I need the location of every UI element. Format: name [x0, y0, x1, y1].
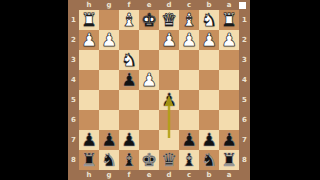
square-d5[interactable]: ♟ — [159, 90, 179, 110]
square-f4[interactable]: ♟ — [119, 70, 139, 90]
square-d7[interactable] — [159, 130, 179, 150]
coord-label-7: 7 — [68, 130, 79, 150]
piece-black-pawn[interactable]: ♟ — [99, 130, 119, 150]
piece-black-pawn[interactable]: ♟ — [119, 70, 139, 90]
piece-black-knight[interactable]: ♞ — [199, 150, 219, 170]
coord-label-6: 6 — [239, 110, 250, 130]
square-e1[interactable]: ♚ — [139, 10, 159, 30]
square-f8[interactable]: ♝ — [119, 150, 139, 170]
square-b5[interactable] — [199, 90, 219, 110]
letterbox-left — [0, 0, 68, 180]
piece-black-pawn[interactable]: ♟ — [79, 130, 99, 150]
coord-label-e: e — [139, 170, 159, 180]
piece-white-pawn[interactable]: ♟ — [199, 30, 219, 50]
coord-label-6: 6 — [68, 110, 79, 130]
square-h3[interactable] — [79, 50, 99, 70]
piece-white-rook[interactable]: ♜ — [219, 10, 239, 30]
piece-white-queen[interactable]: ♛ — [159, 10, 179, 30]
square-h4[interactable] — [79, 70, 99, 90]
square-c7[interactable]: ♟ — [179, 130, 199, 150]
coord-label-5: 5 — [239, 90, 250, 110]
coord-label-f: f — [119, 170, 139, 180]
coord-label-1: 1 — [239, 10, 250, 30]
coord-label-4: 4 — [68, 70, 79, 90]
square-e5[interactable] — [139, 90, 159, 110]
piece-black-pawn[interactable]: ♟ — [179, 130, 199, 150]
piece-white-knight[interactable]: ♞ — [119, 50, 139, 70]
square-d8[interactable]: ♛ — [159, 150, 179, 170]
square-a1[interactable]: ♜ — [219, 10, 239, 30]
piece-black-rook[interactable]: ♜ — [79, 150, 99, 170]
square-d1[interactable]: ♛ — [159, 10, 179, 30]
rank-labels-left: 12345678 — [68, 10, 79, 170]
rank-labels-right: 12345678 — [239, 10, 250, 170]
square-h8[interactable]: ♜ — [79, 150, 99, 170]
coord-label-d: d — [159, 170, 179, 180]
square-g1[interactable] — [99, 10, 119, 30]
square-a2[interactable]: ♟ — [219, 30, 239, 50]
square-g5[interactable] — [99, 90, 119, 110]
piece-white-pawn[interactable]: ♟ — [139, 70, 159, 90]
square-d6[interactable] — [159, 110, 179, 130]
square-a7[interactable]: ♟ — [219, 130, 239, 150]
square-g6[interactable] — [99, 110, 119, 130]
square-a5[interactable] — [219, 90, 239, 110]
coord-label-2: 2 — [68, 30, 79, 50]
square-a3[interactable] — [219, 50, 239, 70]
square-c5[interactable] — [179, 90, 199, 110]
piece-black-bishop[interactable]: ♝ — [179, 150, 199, 170]
square-b3[interactable] — [199, 50, 219, 70]
chess-board: hgfedcba hgfedcba 12345678 12345678 ♜♝♚♛… — [68, 0, 250, 180]
piece-black-pawn[interactable]: ♟ — [219, 130, 239, 150]
piece-black-pawn[interactable]: ♟ — [199, 130, 219, 150]
coord-label-h: h — [79, 170, 99, 180]
square-g7[interactable]: ♟ — [99, 130, 119, 150]
coord-label-4: 4 — [239, 70, 250, 90]
square-b8[interactable]: ♞ — [199, 150, 219, 170]
white-to-move-indicator — [239, 2, 246, 9]
coord-label-a: a — [219, 170, 239, 180]
coord-label-1: 1 — [68, 10, 79, 30]
square-f7[interactable]: ♟ — [119, 130, 139, 150]
square-d3[interactable] — [159, 50, 179, 70]
square-b6[interactable] — [199, 110, 219, 130]
piece-white-pawn[interactable]: ♟ — [99, 30, 119, 50]
square-f5[interactable] — [119, 90, 139, 110]
piece-black-pawn[interactable]: ♟ — [119, 130, 139, 150]
square-h5[interactable] — [79, 90, 99, 110]
piece-white-bishop[interactable]: ♝ — [179, 10, 199, 30]
coord-label-b: b — [199, 170, 219, 180]
square-e4[interactable]: ♟ — [139, 70, 159, 90]
video-frame: hgfedcba hgfedcba 12345678 12345678 ♜♝♚♛… — [0, 0, 320, 180]
square-h7[interactable]: ♟ — [79, 130, 99, 150]
square-c1[interactable]: ♝ — [179, 10, 199, 30]
coord-label-7: 7 — [239, 130, 250, 150]
square-f2[interactable] — [119, 30, 139, 50]
coord-label-c: c — [179, 170, 199, 180]
coord-label-5: 5 — [68, 90, 79, 110]
square-d4[interactable] — [159, 70, 179, 90]
square-h6[interactable] — [79, 110, 99, 130]
piece-white-pawn[interactable]: ♟ — [219, 30, 239, 50]
square-c8[interactable]: ♝ — [179, 150, 199, 170]
square-h2[interactable]: ♟ — [79, 30, 99, 50]
piece-black-queen[interactable]: ♛ — [159, 150, 179, 170]
square-e8[interactable]: ♚ — [139, 150, 159, 170]
letterbox-right — [250, 0, 320, 180]
coord-label-g: g — [99, 0, 119, 10]
square-f3[interactable]: ♞ — [119, 50, 139, 70]
piece-black-pawn[interactable]: ♟ — [159, 90, 179, 110]
piece-black-king[interactable]: ♚ — [139, 150, 159, 170]
piece-white-knight[interactable]: ♞ — [199, 10, 219, 30]
square-c6[interactable] — [179, 110, 199, 130]
square-e7[interactable] — [139, 130, 159, 150]
square-h1[interactable]: ♜ — [79, 10, 99, 30]
square-c3[interactable] — [179, 50, 199, 70]
piece-black-bishop[interactable]: ♝ — [119, 150, 139, 170]
coord-label-3: 3 — [239, 50, 250, 70]
coord-label-8: 8 — [239, 150, 250, 170]
square-d2[interactable]: ♟ — [159, 30, 179, 50]
coord-label-8: 8 — [68, 150, 79, 170]
square-a8[interactable]: ♜ — [219, 150, 239, 170]
file-labels-bottom: hgfedcba — [79, 170, 239, 180]
square-c4[interactable] — [179, 70, 199, 90]
square-b2[interactable]: ♟ — [199, 30, 219, 50]
piece-black-knight[interactable]: ♞ — [99, 150, 119, 170]
square-g8[interactable]: ♞ — [99, 150, 119, 170]
piece-white-pawn[interactable]: ♟ — [79, 30, 99, 50]
piece-white-king[interactable]: ♚ — [139, 10, 159, 30]
square-e2[interactable] — [139, 30, 159, 50]
square-g2[interactable]: ♟ — [99, 30, 119, 50]
square-c2[interactable]: ♟ — [179, 30, 199, 50]
coord-label-3: 3 — [68, 50, 79, 70]
square-f1[interactable]: ♝ — [119, 10, 139, 30]
square-e3[interactable] — [139, 50, 159, 70]
square-g3[interactable] — [99, 50, 119, 70]
piece-black-rook[interactable]: ♜ — [219, 150, 239, 170]
square-g4[interactable] — [99, 70, 119, 90]
square-e6[interactable] — [139, 110, 159, 130]
piece-white-rook[interactable]: ♜ — [79, 10, 99, 30]
piece-white-bishop[interactable]: ♝ — [119, 10, 139, 30]
board-grid: ♜♝♚♛♝♞♜♟♟♟♟♟♟♞♟♟♟♟♟♟♟♟♟♜♞♝♚♛♝♞♜ — [79, 10, 239, 170]
square-b7[interactable]: ♟ — [199, 130, 219, 150]
square-b4[interactable] — [199, 70, 219, 90]
square-a6[interactable] — [219, 110, 239, 130]
square-f6[interactable] — [119, 110, 139, 130]
coord-label-g: g — [99, 170, 119, 180]
piece-white-pawn[interactable]: ♟ — [179, 30, 199, 50]
coord-label-2: 2 — [239, 30, 250, 50]
square-a4[interactable] — [219, 70, 239, 90]
piece-white-pawn[interactable]: ♟ — [159, 30, 179, 50]
square-b1[interactable]: ♞ — [199, 10, 219, 30]
